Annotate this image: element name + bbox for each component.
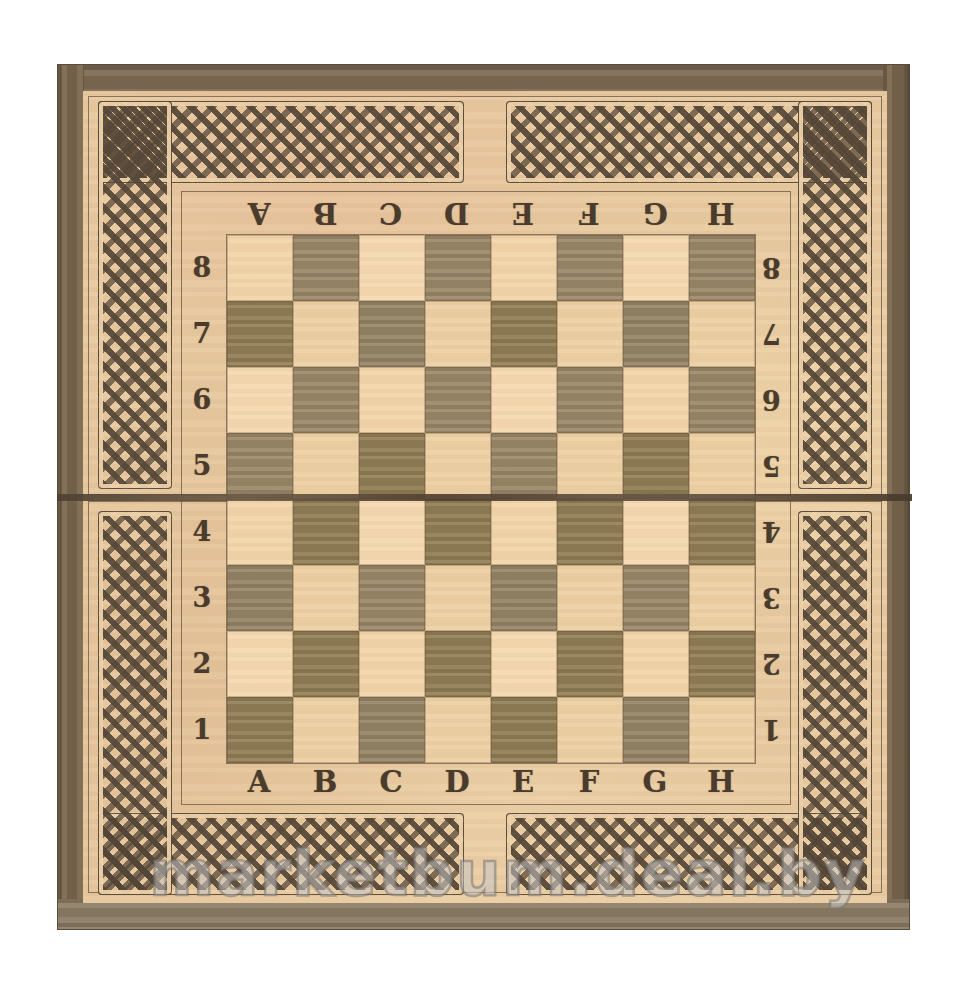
square-f1[interactable] [557, 697, 623, 763]
coord-label-7: 7 [193, 318, 212, 349]
square-c4[interactable] [359, 499, 425, 565]
coord-cell: 1 [748, 696, 794, 762]
coord-cell: 1 [179, 696, 225, 762]
square-b4[interactable] [293, 499, 359, 565]
coord-label-f: F [579, 196, 600, 230]
coord-cell: C [358, 762, 424, 802]
chess-board: ABCDEFGH ABCDEFGH 87654321 87654321 mark… [57, 64, 910, 930]
square-c1[interactable] [359, 697, 425, 763]
coord-label-g: G [643, 765, 668, 799]
square-e7[interactable] [491, 301, 557, 367]
square-e3[interactable] [491, 565, 557, 631]
coord-cell: 7 [179, 300, 225, 366]
square-f8[interactable] [557, 235, 623, 301]
square-f2[interactable] [557, 631, 623, 697]
square-d3[interactable] [425, 565, 491, 631]
square-a6[interactable] [227, 367, 293, 433]
square-f5[interactable] [557, 433, 623, 499]
square-g3[interactable] [623, 565, 689, 631]
square-a7[interactable] [227, 301, 293, 367]
square-g6[interactable] [623, 367, 689, 433]
coord-label-6: 6 [193, 384, 212, 415]
square-f3[interactable] [557, 565, 623, 631]
square-e1[interactable] [491, 697, 557, 763]
square-d8[interactable] [425, 235, 491, 301]
coord-cell: H [688, 762, 754, 802]
coord-cell: D [424, 193, 490, 233]
square-d1[interactable] [425, 697, 491, 763]
square-a1[interactable] [227, 697, 293, 763]
coord-label-f: F [579, 765, 600, 799]
coord-label-1: 1 [193, 714, 212, 745]
square-f7[interactable] [557, 301, 623, 367]
braid-band-right-upper [798, 101, 872, 489]
coord-cell: 6 [179, 366, 225, 432]
square-d4[interactable] [425, 499, 491, 565]
coord-cell: 8 [748, 234, 794, 300]
square-c8[interactable] [359, 235, 425, 301]
square-e6[interactable] [491, 367, 557, 433]
coord-cell: D [424, 762, 490, 802]
square-c5[interactable] [359, 433, 425, 499]
coord-label-h: H [707, 765, 734, 799]
square-b3[interactable] [293, 565, 359, 631]
square-c2[interactable] [359, 631, 425, 697]
coord-cell: 3 [748, 564, 794, 630]
coord-label-d: D [444, 196, 469, 230]
coord-label-b: B [313, 196, 338, 230]
coord-label-5: 5 [762, 450, 781, 481]
coord-cell: 7 [748, 300, 794, 366]
square-h6[interactable] [689, 367, 755, 433]
coord-label-a: A [248, 765, 271, 799]
square-c7[interactable] [359, 301, 425, 367]
coord-cell: A [226, 762, 292, 802]
coord-cell: H [688, 193, 754, 233]
square-h3[interactable] [689, 565, 755, 631]
square-d7[interactable] [425, 301, 491, 367]
square-h5[interactable] [689, 433, 755, 499]
coord-label-8: 8 [762, 252, 781, 283]
coord-label-b: B [313, 765, 338, 799]
coord-label-e: E [512, 196, 534, 230]
coord-label-1: 1 [762, 714, 781, 745]
coord-cell: 8 [179, 234, 225, 300]
coord-label-4: 4 [762, 516, 781, 547]
square-g7[interactable] [623, 301, 689, 367]
file-labels-bottom: ABCDEFGH [226, 762, 754, 802]
square-h4[interactable] [689, 499, 755, 565]
coord-cell: 2 [748, 630, 794, 696]
coord-label-4: 4 [193, 516, 212, 547]
square-c6[interactable] [359, 367, 425, 433]
square-b2[interactable] [293, 631, 359, 697]
square-g8[interactable] [623, 235, 689, 301]
coord-label-3: 3 [762, 582, 781, 613]
coord-label-2: 2 [762, 648, 781, 679]
coord-label-e: E [512, 765, 534, 799]
coord-cell: F [556, 193, 622, 233]
square-d2[interactable] [425, 631, 491, 697]
coord-cell: C [358, 193, 424, 233]
coord-cell: G [622, 762, 688, 802]
square-b7[interactable] [293, 301, 359, 367]
square-a3[interactable] [227, 565, 293, 631]
square-b5[interactable] [293, 433, 359, 499]
coord-label-5: 5 [193, 450, 212, 481]
square-d6[interactable] [425, 367, 491, 433]
square-b1[interactable] [293, 697, 359, 763]
file-labels-top: ABCDEFGH [226, 193, 754, 233]
coord-cell: 3 [179, 564, 225, 630]
square-f6[interactable] [557, 367, 623, 433]
coord-label-8: 8 [193, 252, 212, 283]
coord-cell: 5 [179, 432, 225, 498]
coord-cell: G [622, 193, 688, 233]
square-h7[interactable] [689, 301, 755, 367]
square-d5[interactable] [425, 433, 491, 499]
square-g5[interactable] [623, 433, 689, 499]
square-e4[interactable] [491, 499, 557, 565]
square-b6[interactable] [293, 367, 359, 433]
coord-label-g: G [643, 196, 668, 230]
coord-label-c: C [379, 765, 402, 799]
coord-label-3: 3 [193, 582, 212, 613]
square-g1[interactable] [623, 697, 689, 763]
square-c3[interactable] [359, 565, 425, 631]
coord-cell: B [292, 193, 358, 233]
square-a2[interactable] [227, 631, 293, 697]
coord-label-7: 7 [762, 318, 781, 349]
square-g4[interactable] [623, 499, 689, 565]
square-e5[interactable] [491, 433, 557, 499]
square-h8[interactable] [689, 235, 755, 301]
coord-cell: E [490, 762, 556, 802]
coord-cell: A [226, 193, 292, 233]
square-e2[interactable] [491, 631, 557, 697]
square-a8[interactable] [227, 235, 293, 301]
coord-cell: 2 [179, 630, 225, 696]
coord-cell: 4 [748, 498, 794, 564]
coord-cell: 5 [748, 432, 794, 498]
coord-cell: 6 [748, 366, 794, 432]
square-a5[interactable] [227, 433, 293, 499]
coord-cell: B [292, 762, 358, 802]
photo-background: ABCDEFGH ABCDEFGH 87654321 87654321 mark… [0, 0, 964, 1000]
coord-label-a: A [248, 196, 271, 230]
coord-label-h: H [707, 196, 734, 230]
coord-label-6: 6 [762, 384, 781, 415]
coord-label-d: D [444, 765, 469, 799]
coord-cell: F [556, 762, 622, 802]
square-g2[interactable] [623, 631, 689, 697]
square-a4[interactable] [227, 499, 293, 565]
square-h1[interactable] [689, 697, 755, 763]
watermark-text: marketbum.deal.by [128, 837, 888, 910]
coord-label-2: 2 [193, 648, 212, 679]
braid-band-left-upper [98, 101, 172, 489]
coord-cell: 4 [179, 498, 225, 564]
square-h2[interactable] [689, 631, 755, 697]
square-b8[interactable] [293, 235, 359, 301]
board-fold-hinge [57, 494, 912, 501]
square-f4[interactable] [557, 499, 623, 565]
coord-label-c: C [379, 196, 402, 230]
coord-cell: E [490, 193, 556, 233]
square-e8[interactable] [491, 235, 557, 301]
